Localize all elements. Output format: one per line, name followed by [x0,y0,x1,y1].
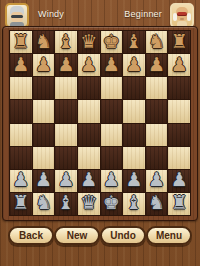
glasses-icon [11,15,23,18]
square-a6[interactable] [10,77,32,99]
square-e3[interactable] [101,147,123,169]
chess-board: ♜♞♝♛♚♝♞♜♟♟♟♟♟♟♟♟♟♟♟♟♟♟♟♟♜♞♝♛♚♝♞♜ [9,30,191,216]
square-d5[interactable] [78,100,100,122]
square-h4[interactable] [168,124,190,146]
square-g2[interactable]: ♟ [146,170,168,192]
square-b2[interactable]: ♟ [33,170,55,192]
square-e1[interactable]: ♚ [101,193,123,215]
player-avatar-beginner[interactable] [170,3,194,28]
red-sunglasses-icon [177,12,187,16]
white-bishop: ♝ [125,193,142,212]
black-knight: ♞ [148,32,165,51]
square-b6[interactable] [33,77,55,99]
black-pawn: ♟ [35,55,52,74]
square-g8[interactable]: ♞ [146,31,168,53]
square-c3[interactable] [55,147,77,169]
square-d4[interactable] [78,124,100,146]
square-a4[interactable] [10,124,32,146]
square-f2[interactable]: ♟ [123,170,145,192]
black-pawn: ♟ [12,55,29,74]
chess-board-frame: ♜♞♝♛♚♝♞♜♟♟♟♟♟♟♟♟♟♟♟♟♟♟♟♟♜♞♝♛♚♝♞♜ [2,26,198,221]
black-pawn: ♟ [171,55,188,74]
square-c5[interactable] [55,100,77,122]
white-queen: ♛ [80,193,97,212]
black-pawn: ♟ [125,55,142,74]
square-f8[interactable]: ♝ [123,31,145,53]
square-b3[interactable] [33,147,55,169]
square-h5[interactable] [168,100,190,122]
black-pawn: ♟ [80,55,97,74]
white-king: ♚ [103,193,120,212]
white-hair-right-icon [187,13,191,21]
mouth-icon [180,18,184,20]
square-e6[interactable] [101,77,123,99]
black-king: ♚ [103,32,120,51]
player-name-right: Beginner [124,9,162,19]
black-rook: ♜ [12,32,29,51]
square-c2[interactable]: ♟ [55,170,77,192]
white-pawn: ♟ [80,170,97,189]
square-a7[interactable]: ♟ [10,54,32,76]
square-c1[interactable]: ♝ [55,193,77,215]
square-d8[interactable]: ♛ [78,31,100,53]
square-c6[interactable] [55,77,77,99]
black-rook: ♜ [171,32,188,51]
white-pawn: ♟ [171,170,188,189]
square-f3[interactable] [123,147,145,169]
white-rook: ♜ [12,193,29,212]
square-h2[interactable]: ♟ [168,170,190,192]
square-g5[interactable] [146,100,168,122]
square-d2[interactable]: ♟ [78,170,100,192]
square-f7[interactable]: ♟ [123,54,145,76]
square-e5[interactable] [101,100,123,122]
black-knight: ♞ [35,32,52,51]
white-knight: ♞ [35,193,52,212]
header: Windy Beginner [0,0,200,28]
white-knight: ♞ [148,193,165,212]
white-bishop: ♝ [58,193,75,212]
square-d1[interactable]: ♛ [78,193,100,215]
player-name-left: Windy [38,9,64,19]
black-pawn: ♟ [103,55,120,74]
menu-button[interactable]: Menu [146,226,192,245]
square-h6[interactable] [168,77,190,99]
square-d7[interactable]: ♟ [78,54,100,76]
square-e8[interactable]: ♚ [101,31,123,53]
white-rook: ♜ [171,193,188,212]
square-h7[interactable]: ♟ [168,54,190,76]
black-pawn: ♟ [148,55,165,74]
toolbar: Back New Undo Menu [0,226,200,246]
square-c7[interactable]: ♟ [55,54,77,76]
square-b1[interactable]: ♞ [33,193,55,215]
chess-app: Windy Beginner ♜♞♝♛♚♝♞♜♟♟♟♟♟♟♟♟♟♟♟♟♟♟♟♟♜… [0,0,200,266]
square-g3[interactable] [146,147,168,169]
square-a3[interactable] [10,147,32,169]
square-g6[interactable] [146,77,168,99]
body-icon [10,22,24,26]
square-e7[interactable]: ♟ [101,54,123,76]
square-c8[interactable]: ♝ [55,31,77,53]
square-h8[interactable]: ♜ [168,31,190,53]
square-a8[interactable]: ♜ [10,31,32,53]
square-e4[interactable] [101,124,123,146]
square-d6[interactable] [78,77,100,99]
square-f4[interactable] [123,124,145,146]
square-a2[interactable]: ♟ [10,170,32,192]
white-pawn: ♟ [103,170,120,189]
white-pawn: ♟ [58,170,75,189]
new-button[interactable]: New [54,226,100,245]
square-b4[interactable] [33,124,55,146]
white-pawn: ♟ [12,170,29,189]
square-d3[interactable] [78,147,100,169]
square-f1[interactable]: ♝ [123,193,145,215]
black-bishop: ♝ [58,32,75,51]
square-b5[interactable] [33,100,55,122]
square-g4[interactable] [146,124,168,146]
body-icon [177,21,187,26]
square-c4[interactable] [55,124,77,146]
white-pawn: ♟ [125,170,142,189]
back-button[interactable]: Back [8,226,54,245]
square-a5[interactable] [10,100,32,122]
white-pawn: ♟ [35,170,52,189]
square-g7[interactable]: ♟ [146,54,168,76]
square-f5[interactable] [123,100,145,122]
square-b7[interactable]: ♟ [33,54,55,76]
square-g1[interactable]: ♞ [146,193,168,215]
black-queen: ♛ [80,32,97,51]
square-f6[interactable] [123,77,145,99]
white-pawn: ♟ [148,170,165,189]
square-h1[interactable]: ♜ [168,193,190,215]
square-b8[interactable]: ♞ [33,31,55,53]
undo-button[interactable]: Undo [100,226,146,245]
square-h3[interactable] [168,147,190,169]
black-pawn: ♟ [58,55,75,74]
square-a1[interactable]: ♜ [10,193,32,215]
square-e2[interactable]: ♟ [101,170,123,192]
player-avatar-windy[interactable] [5,3,29,28]
black-bishop: ♝ [125,32,142,51]
